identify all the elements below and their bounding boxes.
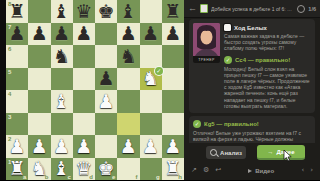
square-f5[interactable] bbox=[117, 68, 139, 91]
square-d1[interactable]: d♛ bbox=[73, 158, 95, 181]
square-e5[interactable]: ♟ bbox=[95, 68, 117, 91]
correct-move-header: ✓ Сc4 — правильно! bbox=[224, 56, 311, 64]
square-f2[interactable]: ♟ bbox=[117, 135, 139, 158]
square-c1[interactable]: c♝ bbox=[51, 158, 73, 181]
video-button[interactable]: Видео bbox=[248, 168, 274, 174]
file-label: g bbox=[156, 174, 160, 180]
square-b6[interactable] bbox=[28, 45, 50, 68]
square-a2[interactable]: 2♟ bbox=[6, 135, 28, 158]
action-buttons: Анализ → Далее bbox=[184, 144, 320, 161]
rank-label: 4 bbox=[8, 91, 11, 97]
rank-label: 3 bbox=[8, 114, 11, 120]
bottom-toolbar: ↗ ⚙ ↩ Видео ‹ › bbox=[184, 161, 320, 180]
square-c6[interactable]: ♞ bbox=[51, 45, 73, 68]
square-c8[interactable]: ♝ bbox=[51, 0, 73, 23]
white-pawn: ♟ bbox=[53, 137, 70, 156]
square-a6[interactable]: 6 bbox=[6, 45, 28, 68]
coach-avatar bbox=[193, 23, 220, 56]
white-pawn: ♟ bbox=[31, 137, 48, 156]
square-f7[interactable]: ♟ bbox=[117, 23, 139, 46]
square-b1[interactable]: b♞ bbox=[28, 158, 50, 181]
black-king: ♚ bbox=[98, 2, 115, 21]
lesson-title: Добейся успеха в дебюте 1 of 6: атака на… bbox=[211, 6, 294, 12]
square-d7[interactable]: ♟ bbox=[73, 23, 95, 46]
square-g4[interactable] bbox=[140, 90, 162, 113]
square-h5[interactable] bbox=[162, 68, 184, 91]
square-e2[interactable] bbox=[95, 135, 117, 158]
square-a5[interactable]: 5 bbox=[6, 68, 28, 91]
white-to-move-header: Ход Белых bbox=[224, 24, 311, 31]
square-d4[interactable] bbox=[73, 90, 95, 113]
square-c3[interactable] bbox=[51, 113, 73, 136]
lesson-panel: ← Добейся успеха в дебюте 1 of 6: атака … bbox=[184, 0, 320, 180]
message-title: Сc4 — правильно! bbox=[235, 57, 290, 63]
message-body: Самая важная задача в дебюте — быстро со… bbox=[224, 33, 311, 52]
square-e4[interactable]: ♟ bbox=[95, 90, 117, 113]
square-h3[interactable] bbox=[162, 113, 184, 136]
correct-move-header: ✓ Кg5 — правильно! bbox=[193, 120, 311, 128]
square-b3[interactable] bbox=[28, 113, 50, 136]
file-label: c bbox=[67, 174, 70, 180]
black-pawn: ♟ bbox=[75, 24, 92, 43]
message-body: Отлично! Белые уже угрожают взятием на f… bbox=[193, 130, 311, 143]
square-f1[interactable]: f bbox=[117, 158, 139, 181]
rank-label: 5 bbox=[8, 69, 11, 75]
black-pawn: ♟ bbox=[142, 24, 159, 43]
check-icon: ✓ bbox=[193, 120, 201, 128]
square-h8[interactable]: ♜ bbox=[162, 0, 184, 23]
white-pawn: ♟ bbox=[120, 137, 137, 156]
check-icon: ✓ bbox=[224, 56, 232, 64]
mouse-cursor bbox=[283, 148, 293, 166]
white-pawn: ♟ bbox=[142, 137, 159, 156]
square-a1[interactable]: 1a♜ bbox=[6, 158, 28, 181]
square-d3[interactable] bbox=[73, 113, 95, 136]
white-pawn: ♟ bbox=[98, 92, 115, 111]
square-h7[interactable]: ♟ bbox=[162, 23, 184, 46]
square-g5[interactable]: ♞✓ bbox=[140, 68, 162, 91]
square-e3[interactable] bbox=[95, 113, 117, 136]
chess-board[interactable]: 8♜♝♛♚♝♜7♟♟♟♟♟♟♟6♞♞5♟♞✓4♝♟32♟♟♟♟♟♟♟1a♜b♞c… bbox=[6, 0, 184, 180]
square-d8[interactable]: ♛ bbox=[73, 0, 95, 23]
rank-label: 6 bbox=[8, 46, 11, 52]
square-g3[interactable] bbox=[140, 113, 162, 136]
analysis-button-label: Анализ bbox=[220, 150, 242, 156]
square-h2[interactable]: ♟ bbox=[162, 135, 184, 158]
square-g2[interactable]: ♟ bbox=[140, 135, 162, 158]
coach-name: ТРЕНЕР bbox=[193, 56, 220, 63]
square-b4[interactable] bbox=[28, 90, 50, 113]
square-a8[interactable]: 8♜ bbox=[6, 0, 28, 23]
square-a3[interactable]: 3 bbox=[6, 113, 28, 136]
rank-label: 8 bbox=[8, 1, 11, 7]
message-title: Кg5 — правильно! bbox=[204, 121, 259, 127]
white-pawn: ♟ bbox=[164, 137, 181, 156]
square-h1[interactable]: h♜ bbox=[162, 158, 184, 181]
next-button[interactable]: → Далее bbox=[257, 145, 305, 160]
next-move-arrow[interactable]: › bbox=[310, 167, 313, 174]
square-h6[interactable] bbox=[162, 45, 184, 68]
white-pawn: ♟ bbox=[75, 137, 92, 156]
square-f3[interactable] bbox=[117, 113, 139, 136]
square-g7[interactable]: ♟ bbox=[140, 23, 162, 46]
square-g6[interactable] bbox=[140, 45, 162, 68]
square-b5[interactable] bbox=[28, 68, 50, 91]
square-b7[interactable]: ♟ bbox=[28, 23, 50, 46]
black-knight: ♞ bbox=[120, 47, 137, 66]
progress-ring-icon[interactable] bbox=[297, 5, 305, 13]
black-pawn: ♟ bbox=[53, 24, 70, 43]
black-bishop: ♝ bbox=[53, 2, 70, 21]
file-label: a bbox=[23, 174, 26, 180]
square-d2[interactable]: ♟ bbox=[73, 135, 95, 158]
lesson-icon bbox=[200, 4, 208, 13]
black-pawn: ♟ bbox=[164, 24, 181, 43]
prev-move-arrow[interactable]: ‹ bbox=[301, 167, 304, 174]
lesson-top-bar: ← Добейся успеха в дебюте 1 of 6: атака … bbox=[184, 0, 320, 18]
rank-label: 1 bbox=[8, 159, 11, 165]
file-label: f bbox=[136, 174, 138, 180]
square-a7[interactable]: 7♟ bbox=[6, 23, 28, 46]
analysis-button[interactable]: Анализ bbox=[206, 146, 246, 159]
share-icon[interactable]: ↗ bbox=[191, 167, 197, 174]
arrow-right-icon: → bbox=[267, 149, 273, 155]
magnifier-icon bbox=[210, 149, 217, 156]
square-a4[interactable]: 4 bbox=[6, 90, 28, 113]
app-window: 8♜♝♛♚♝♜7♟♟♟♟♟♟♟6♞♞5♟♞✓4♝♟32♟♟♟♟♟♟♟1a♜b♞c… bbox=[0, 0, 320, 180]
square-e8[interactable]: ♚ bbox=[95, 0, 117, 23]
square-d5[interactable] bbox=[73, 68, 95, 91]
black-rook: ♜ bbox=[164, 2, 181, 21]
square-h4[interactable] bbox=[162, 90, 184, 113]
square-e1[interactable]: e♚ bbox=[95, 158, 117, 181]
rank-label: 2 bbox=[8, 136, 11, 142]
file-label: d bbox=[89, 174, 93, 180]
black-pawn: ♟ bbox=[120, 24, 137, 43]
square-d6[interactable] bbox=[73, 45, 95, 68]
message-body: Молодец! Белый слон взял на прицел пешку… bbox=[224, 66, 311, 109]
coach-card: ✓ Кg5 — правильно! Отлично! Белые уже уг… bbox=[189, 116, 315, 143]
settings-gear-icon[interactable]: ⚙ bbox=[203, 167, 209, 174]
square-b2[interactable]: ♟ bbox=[28, 135, 50, 158]
square-c2[interactable]: ♟ bbox=[51, 135, 73, 158]
black-queen: ♛ bbox=[75, 2, 92, 21]
white-bishop: ♝ bbox=[53, 92, 70, 111]
square-b8[interactable] bbox=[28, 0, 50, 23]
black-knight: ♞ bbox=[53, 47, 70, 66]
play-icon bbox=[248, 169, 252, 173]
lesson-step-counter: 1/6 bbox=[308, 6, 316, 12]
black-pawn: ♟ bbox=[31, 24, 48, 43]
square-g8[interactable] bbox=[140, 0, 162, 23]
correct-move-badge: ✓ bbox=[155, 67, 163, 75]
black-pawn: ♟ bbox=[98, 69, 115, 88]
square-c5[interactable] bbox=[51, 68, 73, 91]
message-title: Ход Белых bbox=[234, 25, 267, 31]
square-g1[interactable]: g bbox=[140, 158, 162, 181]
white-move-icon bbox=[224, 24, 231, 31]
square-c7[interactable]: ♟ bbox=[51, 23, 73, 46]
video-button-label: Видео bbox=[255, 168, 274, 174]
square-e6[interactable] bbox=[95, 45, 117, 68]
back-arrow-icon[interactable]: ← bbox=[188, 4, 197, 13]
square-c4[interactable]: ♝ bbox=[51, 90, 73, 113]
file-label: e bbox=[112, 174, 115, 180]
rank-label: 7 bbox=[8, 24, 11, 30]
undo-icon[interactable]: ↩ bbox=[215, 167, 221, 174]
file-label: b bbox=[45, 174, 49, 180]
coach-card: ТРЕНЕР Ход Белых Самая важная задача в д… bbox=[189, 19, 315, 113]
coach-message-feed[interactable]: ТРЕНЕР Ход Белых Самая важная задача в д… bbox=[189, 19, 315, 143]
square-f8[interactable]: ♝ bbox=[117, 0, 139, 23]
file-label: h bbox=[178, 174, 182, 180]
black-bishop: ♝ bbox=[120, 2, 137, 21]
square-f6[interactable]: ♞ bbox=[117, 45, 139, 68]
square-e7[interactable] bbox=[95, 23, 117, 46]
square-f4[interactable] bbox=[117, 90, 139, 113]
